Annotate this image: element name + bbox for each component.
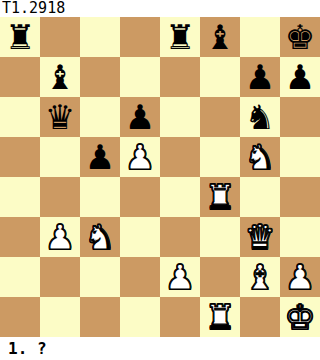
square-c6[interactable]	[80, 97, 120, 137]
square-e4[interactable]	[160, 177, 200, 217]
square-c3[interactable]: ♞	[80, 217, 120, 257]
square-g8[interactable]	[240, 17, 280, 57]
square-f8[interactable]: ♝	[200, 17, 240, 57]
square-a2[interactable]	[0, 257, 40, 297]
square-c1[interactable]	[80, 297, 120, 337]
square-f7[interactable]	[200, 57, 240, 97]
white-pawn[interactable]: ♟	[125, 137, 155, 177]
square-c2[interactable]	[80, 257, 120, 297]
square-g2[interactable]: ♝	[240, 257, 280, 297]
square-h4[interactable]	[280, 177, 320, 217]
black-pawn[interactable]: ♟	[285, 57, 315, 97]
square-e5[interactable]	[160, 137, 200, 177]
square-a5[interactable]	[0, 137, 40, 177]
black-bishop[interactable]: ♝	[205, 17, 235, 57]
puzzle-id: T1.2918	[0, 0, 320, 17]
square-h2[interactable]: ♟	[280, 257, 320, 297]
square-d6[interactable]: ♟	[120, 97, 160, 137]
square-d8[interactable]	[120, 17, 160, 57]
square-b6[interactable]: ♛	[40, 97, 80, 137]
square-h3[interactable]	[280, 217, 320, 257]
square-g4[interactable]	[240, 177, 280, 217]
square-d2[interactable]	[120, 257, 160, 297]
square-a1[interactable]	[0, 297, 40, 337]
square-e7[interactable]	[160, 57, 200, 97]
square-d1[interactable]	[120, 297, 160, 337]
black-king[interactable]: ♚	[285, 17, 315, 57]
square-f3[interactable]	[200, 217, 240, 257]
square-c8[interactable]	[80, 17, 120, 57]
white-knight[interactable]: ♞	[245, 137, 275, 177]
black-knight[interactable]: ♞	[245, 97, 275, 137]
square-e8[interactable]: ♜	[160, 17, 200, 57]
square-h1[interactable]: ♚	[280, 297, 320, 337]
square-g5[interactable]: ♞	[240, 137, 280, 177]
square-g1[interactable]	[240, 297, 280, 337]
square-b1[interactable]	[40, 297, 80, 337]
black-queen[interactable]: ♛	[45, 97, 75, 137]
square-g6[interactable]: ♞	[240, 97, 280, 137]
square-f2[interactable]	[200, 257, 240, 297]
square-c4[interactable]	[80, 177, 120, 217]
square-d4[interactable]	[120, 177, 160, 217]
square-c5[interactable]: ♟	[80, 137, 120, 177]
square-a8[interactable]: ♜	[0, 17, 40, 57]
black-pawn[interactable]: ♟	[125, 97, 155, 137]
square-e6[interactable]	[160, 97, 200, 137]
square-e1[interactable]	[160, 297, 200, 337]
square-d3[interactable]	[120, 217, 160, 257]
white-knight[interactable]: ♞	[85, 217, 115, 257]
square-b5[interactable]	[40, 137, 80, 177]
square-h8[interactable]: ♚	[280, 17, 320, 57]
white-pawn[interactable]: ♟	[285, 257, 315, 297]
square-f5[interactable]	[200, 137, 240, 177]
square-f4[interactable]: ♜	[200, 177, 240, 217]
square-g7[interactable]: ♟	[240, 57, 280, 97]
square-e2[interactable]: ♟	[160, 257, 200, 297]
square-c7[interactable]	[80, 57, 120, 97]
square-g3[interactable]: ♛	[240, 217, 280, 257]
black-pawn[interactable]: ♟	[245, 57, 275, 97]
black-rook[interactable]: ♜	[165, 17, 195, 57]
square-f6[interactable]	[200, 97, 240, 137]
chess-board: ♜♜♝♚♝♟♟♛♟♞♟♟♞♜♟♞♛♟♝♟♜♚	[0, 17, 320, 337]
black-bishop[interactable]: ♝	[45, 57, 75, 97]
square-e3[interactable]	[160, 217, 200, 257]
white-pawn[interactable]: ♟	[45, 217, 75, 257]
white-pawn[interactable]: ♟	[165, 257, 195, 297]
white-rook[interactable]: ♜	[205, 297, 235, 337]
square-a4[interactable]	[0, 177, 40, 217]
square-a6[interactable]	[0, 97, 40, 137]
black-rook[interactable]: ♜	[5, 17, 35, 57]
move-prompt: 1. ?	[0, 337, 320, 360]
white-bishop[interactable]: ♝	[245, 257, 275, 297]
black-pawn[interactable]: ♟	[85, 137, 115, 177]
square-d5[interactable]: ♟	[120, 137, 160, 177]
square-b3[interactable]: ♟	[40, 217, 80, 257]
square-a7[interactable]	[0, 57, 40, 97]
white-rook[interactable]: ♜	[205, 177, 235, 217]
white-queen[interactable]: ♛	[245, 217, 275, 257]
square-b8[interactable]	[40, 17, 80, 57]
white-king[interactable]: ♚	[285, 297, 315, 337]
square-b7[interactable]: ♝	[40, 57, 80, 97]
square-h5[interactable]	[280, 137, 320, 177]
square-f1[interactable]: ♜	[200, 297, 240, 337]
square-b4[interactable]	[40, 177, 80, 217]
square-d7[interactable]	[120, 57, 160, 97]
square-b2[interactable]	[40, 257, 80, 297]
square-h6[interactable]	[280, 97, 320, 137]
square-a3[interactable]	[0, 217, 40, 257]
square-h7[interactable]: ♟	[280, 57, 320, 97]
